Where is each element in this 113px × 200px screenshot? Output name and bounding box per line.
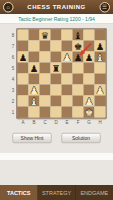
square-f1[interactable] (73, 107, 84, 118)
white-pawn-h3[interactable]: ♟ (96, 85, 105, 96)
white-pawn-g2[interactable]: ♟ (85, 96, 94, 107)
square-f8[interactable]: ♝ (73, 30, 84, 41)
square-e5[interactable] (62, 63, 73, 74)
square-b1[interactable] (29, 107, 40, 118)
black-pawn-a6[interactable]: ♟ (19, 52, 28, 63)
bottom-tab-bar: TACTICSSTRATEGYENDGAME (0, 185, 113, 200)
square-a7[interactable] (18, 41, 29, 52)
square-g7[interactable] (84, 41, 95, 52)
square-f4[interactable] (73, 74, 84, 85)
square-a4[interactable] (18, 74, 29, 85)
rank-label-8: 8 (10, 30, 16, 41)
square-g1[interactable]: ♚ (84, 107, 95, 118)
square-e7[interactable] (62, 41, 73, 52)
file-label-F: F (73, 120, 84, 126)
square-d7[interactable] (51, 41, 62, 52)
square-d3[interactable] (51, 85, 62, 96)
file-label-D: D (51, 120, 62, 126)
app-title: CHESS TRAINING (27, 4, 85, 11)
square-h7[interactable]: ♟ (95, 41, 106, 52)
rank-labels: 87654321 (10, 30, 16, 118)
square-b6[interactable] (29, 52, 40, 63)
square-c6[interactable] (40, 52, 51, 63)
square-e1[interactable] (62, 107, 73, 118)
app-header: ⌂ CHESS TRAINING ☰ (0, 0, 113, 14)
square-f2[interactable] (73, 96, 84, 107)
square-a1[interactable] (18, 107, 29, 118)
solution-button[interactable]: Solution (62, 133, 101, 143)
square-e2[interactable] (62, 96, 73, 107)
file-labels: ABCDEFGH (18, 120, 106, 126)
square-a8[interactable] (18, 30, 29, 41)
square-h5[interactable] (95, 63, 106, 74)
square-h8[interactable] (95, 30, 106, 41)
file-label-H: H (95, 120, 106, 126)
black-pawn-b5[interactable]: ♟ (30, 63, 39, 74)
file-label-A: A (18, 120, 29, 126)
square-c2[interactable] (40, 96, 51, 107)
rank-label-6: 6 (10, 52, 16, 63)
square-d2[interactable] (51, 96, 62, 107)
rank-label-4: 4 (10, 74, 16, 85)
black-rook-d5[interactable]: ♜ (52, 63, 61, 74)
square-b2[interactable]: ♝ (29, 96, 40, 107)
tab-tactics[interactable]: TACTICS (0, 185, 38, 200)
chess-training-app: ⌂ CHESS TRAINING ☰ Tactic Beginner Ratin… (0, 0, 113, 200)
square-a6[interactable]: ♟ (18, 52, 29, 63)
file-label-B: B (29, 120, 40, 126)
square-b3[interactable]: ♟ (29, 85, 40, 96)
square-d8[interactable] (51, 30, 62, 41)
square-h1[interactable] (95, 107, 106, 118)
rank-label-5: 5 (10, 63, 16, 74)
square-f3[interactable] (73, 85, 84, 96)
square-e4[interactable] (62, 74, 73, 85)
black-king-f7[interactable]: ♚ (74, 41, 83, 52)
square-h3[interactable]: ♟ (95, 85, 106, 96)
chess-board[interactable]: ♛♝♚♟♟♟♟♟♝♟♜♟♟♝♟♚ (17, 29, 107, 119)
square-c5[interactable] (40, 63, 51, 74)
rank-label-1: 1 (10, 107, 16, 118)
square-d5[interactable]: ♜ (51, 63, 62, 74)
square-e3[interactable] (62, 85, 73, 96)
black-pawn-h7[interactable]: ♟ (96, 41, 105, 52)
square-d4[interactable] (51, 74, 62, 85)
rank-label-2: 2 (10, 96, 16, 107)
white-bishop-h6[interactable]: ♝ (96, 52, 105, 63)
puzzle-buttons-row: Show HintSolution (0, 133, 113, 143)
file-label-E: E (62, 120, 73, 126)
white-pawn-e6[interactable]: ♟ (63, 52, 72, 63)
square-f6[interactable]: ♟ (73, 52, 84, 63)
rank-label-7: 7 (10, 41, 16, 52)
square-b8[interactable] (29, 30, 40, 41)
puzzle-status-bar: Tactic Beginner Rating 1200 - 1/94 (0, 14, 113, 24)
black-pawn-f6[interactable]: ♟ (74, 52, 83, 63)
square-e8[interactable] (62, 30, 73, 41)
square-e6[interactable]: ♟ (62, 52, 73, 63)
square-g4[interactable] (84, 74, 95, 85)
square-b4[interactable] (29, 74, 40, 85)
menu-icon[interactable]: ☰ (100, 2, 111, 13)
app-viewport: ⌂ CHESS TRAINING ☰ Tactic Beginner Ratin… (0, 0, 113, 200)
show-hint-button[interactable]: Show Hint (13, 133, 52, 143)
square-h2[interactable] (95, 96, 106, 107)
square-a5[interactable] (18, 63, 29, 74)
file-label-C: C (40, 120, 51, 126)
blank-panel (0, 152, 113, 161)
square-c7[interactable] (40, 41, 51, 52)
square-c4[interactable] (40, 74, 51, 85)
square-g8[interactable] (84, 30, 95, 41)
tab-strategy[interactable]: STRATEGY (38, 185, 76, 200)
black-queen-c8[interactable]: ♛ (41, 30, 50, 41)
square-g3[interactable] (84, 85, 95, 96)
black-bishop-f8[interactable]: ♝ (74, 30, 83, 41)
white-king-g1[interactable]: ♚ (85, 107, 94, 118)
rank-label-3: 3 (10, 85, 16, 96)
square-b7[interactable] (29, 41, 40, 52)
square-b5[interactable]: ♟ (29, 63, 40, 74)
square-c1[interactable] (40, 107, 51, 118)
square-c3[interactable] (40, 85, 51, 96)
white-pawn-b3[interactable]: ♟ (30, 85, 39, 96)
file-label-G: G (84, 120, 95, 126)
square-a3[interactable] (18, 85, 29, 96)
black-pawn-g6[interactable]: ♟ (85, 52, 94, 63)
square-g2[interactable]: ♟ (84, 96, 95, 107)
home-icon[interactable]: ⌂ (3, 2, 14, 13)
square-g5[interactable] (84, 63, 95, 74)
square-h4[interactable] (95, 74, 106, 85)
square-d1[interactable] (51, 107, 62, 118)
square-f5[interactable] (73, 63, 84, 74)
square-f7[interactable]: ♚ (73, 41, 84, 52)
square-a2[interactable] (18, 96, 29, 107)
square-g6[interactable]: ♟ (84, 52, 95, 63)
tab-endgame[interactable]: ENDGAME (76, 185, 113, 200)
square-c8[interactable]: ♛ (40, 30, 51, 41)
white-bishop-b2[interactable]: ♝ (30, 96, 39, 107)
square-h6[interactable]: ♝ (95, 52, 106, 63)
square-d6[interactable] (51, 52, 62, 63)
puzzle-status-text: Tactic Beginner Rating 1200 - 1/94 (18, 16, 95, 22)
